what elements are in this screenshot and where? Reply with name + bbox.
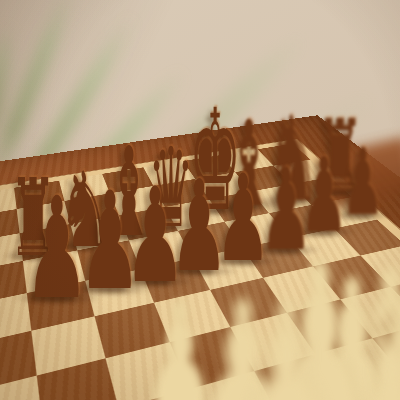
pawn-glyph: ♟ <box>24 179 89 319</box>
chess-set-photo: ♜♞♝♛♚♝♞♜♟♟♟♟♟♟♟♟♟♟♟♟♟♝♟ <box>0 0 400 400</box>
pawn-glyph: ♟ <box>235 276 340 400</box>
piece-dark-pawn-a7[interactable]: ♟ <box>0 179 120 319</box>
piece-light-pawn-f2[interactable]: ♟ <box>200 276 375 400</box>
